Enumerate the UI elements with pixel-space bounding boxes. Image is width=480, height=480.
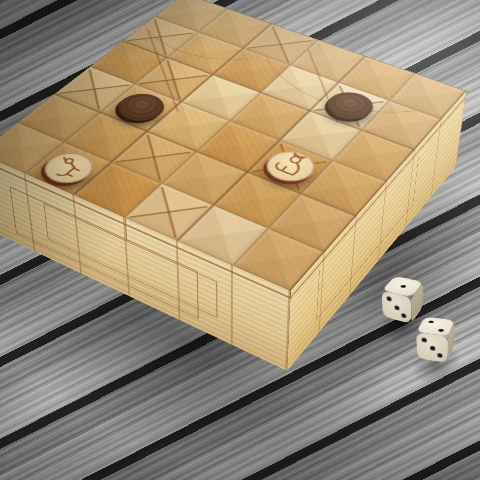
die-pip xyxy=(428,320,434,323)
die-pip xyxy=(422,338,427,343)
die-pip xyxy=(437,353,442,358)
die-pip xyxy=(394,304,399,310)
die-pip xyxy=(387,296,392,302)
morris-engraving-line xyxy=(125,218,128,242)
die-pip xyxy=(401,313,406,319)
die-2-front-face xyxy=(416,332,448,363)
die-pip xyxy=(399,284,406,288)
die-pip xyxy=(430,345,435,350)
die-pip xyxy=(438,329,444,332)
